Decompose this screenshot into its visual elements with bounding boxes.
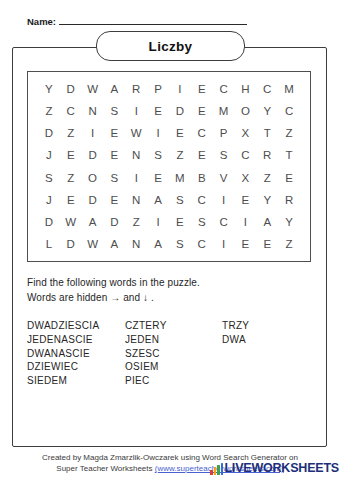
- grid-cell-r5c7[interactable]: M: [169, 167, 191, 189]
- grid-cell-r1c6[interactable]: P: [147, 78, 169, 100]
- grid-cell-r7c6[interactable]: I: [147, 211, 169, 233]
- word-item: DWADZIESCIA: [27, 319, 125, 333]
- grid-cell-r2c1[interactable]: Z: [38, 100, 60, 122]
- grid-cell-r6c7[interactable]: S: [169, 189, 191, 211]
- grid-cell-r8c5[interactable]: N: [125, 233, 147, 255]
- grid-cell-r4c8[interactable]: E: [191, 144, 213, 166]
- word-item: SIEDEM: [27, 374, 125, 388]
- grid-cell-r3c12[interactable]: Z: [278, 122, 300, 144]
- grid-cell-r1c4[interactable]: A: [104, 78, 126, 100]
- grid-cell-r2c7[interactable]: D: [169, 100, 191, 122]
- word-item: JEDEN: [125, 333, 222, 347]
- grid-cell-r4c11[interactable]: R: [256, 144, 278, 166]
- grid-cell-r1c7[interactable]: I: [169, 78, 191, 100]
- title-box: Liczby: [96, 31, 245, 61]
- grid-cell-r8c12[interactable]: Z: [278, 233, 300, 255]
- grid-cell-r4c1[interactable]: J: [38, 144, 60, 166]
- grid-cell-r4c2[interactable]: E: [60, 144, 82, 166]
- grid-cell-r3c6[interactable]: I: [147, 122, 169, 144]
- liveworksheets-text: LIVEWORKSHEETS: [224, 461, 339, 475]
- grid-cell-r3c4[interactable]: E: [104, 122, 126, 144]
- grid-cell-r6c5[interactable]: N: [125, 189, 147, 211]
- grid-cell-r4c5[interactable]: N: [125, 144, 147, 166]
- grid-cell-r5c9[interactable]: V: [213, 167, 235, 189]
- grid-cell-r8c8[interactable]: C: [191, 233, 213, 255]
- grid-cell-r8c2[interactable]: D: [60, 233, 82, 255]
- grid-cell-r5c1[interactable]: S: [38, 167, 60, 189]
- grid-cell-r5c3[interactable]: O: [82, 167, 104, 189]
- grid-cell-r4c3[interactable]: D: [82, 144, 104, 166]
- grid-cell-r7c10[interactable]: I: [235, 211, 257, 233]
- word-list: DWADZIESCIAJEDENASCIEDWANASCIEDZIEWIECSI…: [27, 319, 249, 388]
- word-list-column-1: DWADZIESCIAJEDENASCIEDWANASCIEDZIEWIECSI…: [27, 319, 125, 388]
- grid-cell-r8c6[interactable]: A: [147, 233, 169, 255]
- grid-cell-r1c10[interactable]: H: [235, 78, 257, 100]
- grid-cell-r4c6[interactable]: S: [147, 144, 169, 166]
- word-item: CZTERY: [125, 319, 222, 333]
- name-row: Name:: [27, 11, 247, 29]
- grid-cell-r5c6[interactable]: E: [147, 167, 169, 189]
- grid-cell-r6c3[interactable]: D: [82, 189, 104, 211]
- word-item: TRZY: [222, 319, 249, 333]
- grid-cell-r2c6[interactable]: E: [147, 100, 169, 122]
- grid-cell-r1c12[interactable]: M: [278, 78, 300, 100]
- word-item: DWANASCIE: [27, 347, 125, 361]
- grid-cell-r2c10[interactable]: O: [235, 100, 257, 122]
- grid-cell-r3c10[interactable]: X: [235, 122, 257, 144]
- grid-cell-r4c10[interactable]: C: [235, 144, 257, 166]
- grid-cell-r7c3[interactable]: A: [82, 211, 104, 233]
- grid-cell-r2c9[interactable]: M: [213, 100, 235, 122]
- word-item: PIEC: [125, 374, 222, 388]
- grid-cell-r1c11[interactable]: C: [256, 78, 278, 100]
- liveworksheets-bars-icon: [210, 463, 223, 475]
- puzzle-grid: YDWARPIECHCMZCNSIEDEMOYCDZIEWIECPXTZJEDE…: [27, 71, 311, 262]
- grid-cell-r2c12[interactable]: C: [278, 100, 300, 122]
- grid-cell-r6c1[interactable]: J: [38, 189, 60, 211]
- grid-cell-r5c2[interactable]: Z: [60, 167, 82, 189]
- instructions-line1: Find the following words in the puzzle.: [27, 276, 200, 291]
- grid-cell-r4c4[interactable]: E: [104, 144, 126, 166]
- name-label: Name:: [27, 16, 56, 27]
- grid-cell-r6c6[interactable]: A: [147, 189, 169, 211]
- grid-cell-r6c9[interactable]: I: [213, 189, 235, 211]
- grid-cell-r3c1[interactable]: D: [38, 122, 60, 144]
- grid-cell-r6c4[interactable]: E: [104, 189, 126, 211]
- grid-cell-r7c5[interactable]: Z: [125, 211, 147, 233]
- grid-cell-r3c9[interactable]: P: [213, 122, 235, 144]
- grid-cell-r5c8[interactable]: B: [191, 167, 213, 189]
- grid-cell-r4c7[interactable]: Z: [169, 144, 191, 166]
- page-title: Liczby: [149, 39, 193, 54]
- word-list-column-2: CZTERYJEDENSZESCOSIEMPIEC: [125, 319, 222, 388]
- instructions-line2: Words are hidden → and ↓ .: [27, 291, 200, 306]
- grid-cell-r5c4[interactable]: S: [104, 167, 126, 189]
- word-item: SZESC: [125, 347, 222, 361]
- grid-cell-r6c2[interactable]: E: [60, 189, 82, 211]
- grid-cell-r3c11[interactable]: T: [256, 122, 278, 144]
- grid-cell-r8c11[interactable]: E: [256, 233, 278, 255]
- grid-cell-r2c4[interactable]: S: [104, 100, 126, 122]
- grid-cell-r8c10[interactable]: E: [235, 233, 257, 255]
- grid-cell-r8c4[interactable]: A: [104, 233, 126, 255]
- grid-cell-r8c1[interactable]: L: [38, 233, 60, 255]
- grid-cell-r2c8[interactable]: E: [191, 100, 213, 122]
- word-item: DWA: [222, 333, 249, 347]
- liveworksheets-logo: LIVEWORKSHEETS: [210, 461, 339, 475]
- grid-cell-r2c11[interactable]: Y: [256, 100, 278, 122]
- grid-cell-r4c9[interactable]: S: [213, 144, 235, 166]
- grid-cell-r1c5[interactable]: R: [125, 78, 147, 100]
- footer-line2-text: Super Teacher Worksheets: [56, 464, 152, 473]
- grid-cell-r8c7[interactable]: S: [169, 233, 191, 255]
- grid-cell-r1c2[interactable]: D: [60, 78, 82, 100]
- grid-cell-r3c2[interactable]: Z: [60, 122, 82, 144]
- grid-cell-r4c12[interactable]: T: [278, 144, 300, 166]
- grid-cell-r5c10[interactable]: X: [235, 167, 257, 189]
- grid-cell-r7c8[interactable]: S: [191, 211, 213, 233]
- grid-cell-r5c12[interactable]: E: [278, 167, 300, 189]
- grid-cell-r3c3[interactable]: I: [82, 122, 104, 144]
- word-item: JEDENASCIE: [27, 333, 125, 347]
- word-item: DZIEWIEC: [27, 360, 125, 374]
- grid-cell-r1c8[interactable]: E: [191, 78, 213, 100]
- grid-cell-r2c5[interactable]: I: [125, 100, 147, 122]
- grid-cell-r7c2[interactable]: W: [60, 211, 82, 233]
- grid-cell-r7c11[interactable]: A: [256, 211, 278, 233]
- grid-cell-r7c1[interactable]: D: [38, 211, 60, 233]
- grid-cell-r7c12[interactable]: Y: [278, 211, 300, 233]
- word-list-column-3: TRZYDWA: [222, 319, 249, 347]
- grid-cell-r5c11[interactable]: Z: [256, 167, 278, 189]
- grid-cell-r6c8[interactable]: C: [191, 189, 213, 211]
- grid-cell-r6c10[interactable]: E: [235, 189, 257, 211]
- grid-cell-r3c8[interactable]: C: [191, 122, 213, 144]
- grid-cell-r7c7[interactable]: E: [169, 211, 191, 233]
- grid-cell-r2c2[interactable]: C: [60, 100, 82, 122]
- grid-cell-r1c1[interactable]: Y: [38, 78, 60, 100]
- grid-cell-r1c3[interactable]: W: [82, 78, 104, 100]
- grid-cell-r5c5[interactable]: I: [125, 167, 147, 189]
- grid-cell-r7c4[interactable]: D: [104, 211, 126, 233]
- grid-cell-r7c9[interactable]: C: [213, 211, 235, 233]
- name-input-line[interactable]: [59, 15, 247, 25]
- word-item: OSIEM: [125, 360, 222, 374]
- instructions: Find the following words in the puzzle. …: [27, 276, 200, 305]
- grid-cell-r6c12[interactable]: R: [278, 189, 300, 211]
- grid-cell-r8c3[interactable]: W: [82, 233, 104, 255]
- grid-cell-r3c7[interactable]: E: [169, 122, 191, 144]
- grid-cell-r8c9[interactable]: I: [213, 233, 235, 255]
- worksheet-page: Name: Liczby YDWARPIECHCMZCNSIEDEMOYCDZI…: [0, 0, 340, 480]
- grid-cell-r6c11[interactable]: Y: [256, 189, 278, 211]
- grid-cell-r1c9[interactable]: C: [213, 78, 235, 100]
- grid-cell-r2c3[interactable]: N: [82, 100, 104, 122]
- grid-cell-r3c5[interactable]: W: [125, 122, 147, 144]
